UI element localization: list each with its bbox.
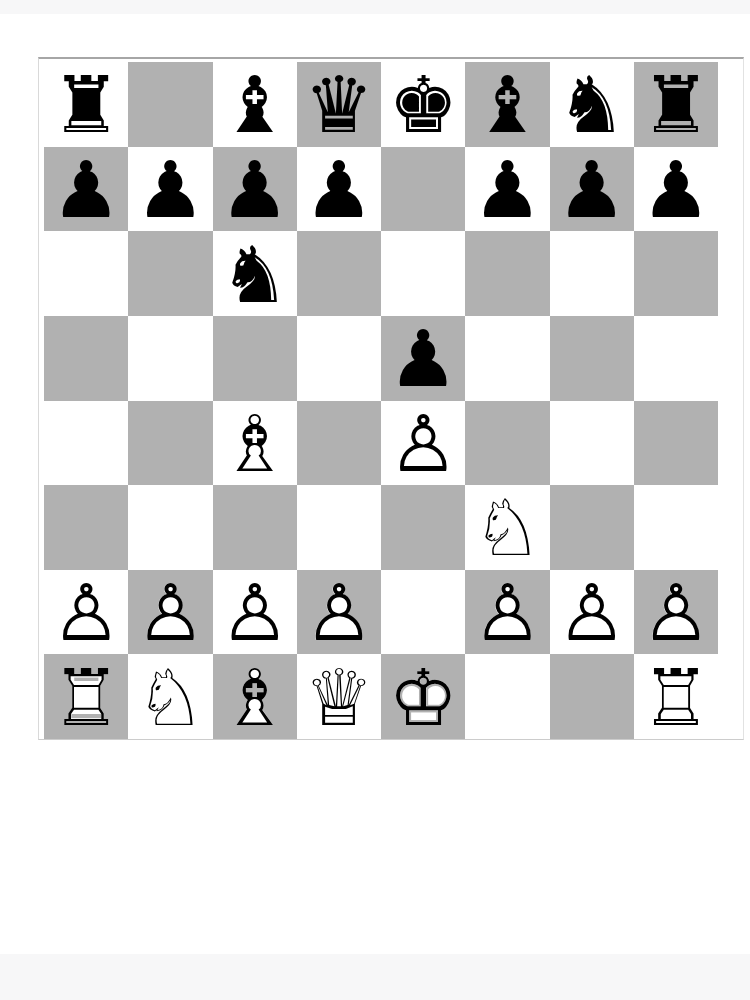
- square-b5[interactable]: [128, 316, 212, 401]
- piece-black-bishop: ♝: [213, 63, 297, 148]
- square-f6[interactable]: [465, 231, 549, 316]
- piece-black-pawn: ♟: [381, 317, 465, 402]
- piece-black-pawn: ♟: [213, 148, 297, 233]
- square-a5[interactable]: [44, 316, 128, 401]
- piece-white-pawn: ♙: [128, 571, 212, 656]
- chess-diagram-frame: ♜♝♛♚♝♞♜♟♟♟♟♟♟♟♞♟♝♗♟♙♞♘♟♙♟♙♟♙♟♙♟♙♟♙♟♙♜♖♞♘…: [38, 57, 744, 740]
- square-h5[interactable]: [634, 316, 718, 401]
- piece-white-pawn: ♙: [297, 571, 381, 656]
- piece-white-bishop: ♗: [213, 655, 297, 740]
- square-e3[interactable]: [381, 485, 465, 570]
- piece-white-pawn-fill: ♟: [297, 571, 381, 656]
- square-f3[interactable]: ♞♘: [465, 485, 549, 570]
- square-g8[interactable]: ♞: [550, 62, 634, 147]
- piece-white-pawn: ♙: [381, 402, 465, 487]
- piece-white-rook-fill: ♜: [634, 655, 718, 740]
- piece-black-pawn: ♟: [550, 148, 634, 233]
- square-c7[interactable]: ♟: [213, 147, 297, 232]
- piece-white-pawn-fill: ♟: [44, 571, 128, 656]
- piece-white-rook: ♖: [44, 655, 128, 740]
- piece-black-pawn: ♟: [44, 148, 128, 233]
- square-b7[interactable]: ♟: [128, 147, 212, 232]
- square-g4[interactable]: [550, 401, 634, 486]
- square-e1[interactable]: ♚♔: [381, 654, 465, 739]
- piece-white-queen-fill: ♛: [297, 655, 381, 740]
- square-a3[interactable]: [44, 485, 128, 570]
- square-b6[interactable]: [128, 231, 212, 316]
- square-d4[interactable]: [297, 401, 381, 486]
- piece-white-bishop: ♗: [213, 402, 297, 487]
- square-f7[interactable]: ♟: [465, 147, 549, 232]
- square-d8[interactable]: ♛: [297, 62, 381, 147]
- bottom-banner-strip: [0, 954, 750, 1000]
- square-c5[interactable]: [213, 316, 297, 401]
- square-c4[interactable]: ♝♗: [213, 401, 297, 486]
- square-e8[interactable]: ♚: [381, 62, 465, 147]
- square-b3[interactable]: [128, 485, 212, 570]
- square-d5[interactable]: [297, 316, 381, 401]
- piece-white-pawn-fill: ♟: [465, 571, 549, 656]
- piece-white-pawn-fill: ♟: [550, 571, 634, 656]
- square-g3[interactable]: [550, 485, 634, 570]
- square-d6[interactable]: [297, 231, 381, 316]
- piece-white-pawn: ♙: [465, 571, 549, 656]
- piece-white-bishop-fill: ♝: [213, 655, 297, 740]
- square-a6[interactable]: [44, 231, 128, 316]
- piece-black-pawn: ♟: [128, 148, 212, 233]
- piece-white-pawn: ♙: [550, 571, 634, 656]
- square-g5[interactable]: [550, 316, 634, 401]
- square-b1[interactable]: ♞♘: [128, 654, 212, 739]
- square-a1[interactable]: ♜♖: [44, 654, 128, 739]
- square-h8[interactable]: ♜: [634, 62, 718, 147]
- square-g1[interactable]: [550, 654, 634, 739]
- piece-white-pawn-fill: ♟: [381, 402, 465, 487]
- square-d1[interactable]: ♛♕: [297, 654, 381, 739]
- square-g6[interactable]: [550, 231, 634, 316]
- piece-white-king-fill: ♚: [381, 655, 465, 740]
- piece-white-pawn-fill: ♟: [634, 571, 718, 656]
- piece-white-queen: ♕: [297, 655, 381, 740]
- piece-black-king: ♚: [381, 63, 465, 148]
- piece-white-pawn-fill: ♟: [213, 571, 297, 656]
- piece-black-rook: ♜: [44, 63, 128, 148]
- square-e7[interactable]: [381, 147, 465, 232]
- piece-white-knight-fill: ♞: [465, 486, 549, 571]
- piece-white-knight: ♘: [465, 486, 549, 571]
- square-a4[interactable]: [44, 401, 128, 486]
- square-d2[interactable]: ♟♙: [297, 570, 381, 655]
- piece-white-knight: ♘: [128, 655, 212, 740]
- square-c6[interactable]: ♞: [213, 231, 297, 316]
- square-c2[interactable]: ♟♙: [213, 570, 297, 655]
- piece-white-rook: ♖: [634, 655, 718, 740]
- square-h4[interactable]: [634, 401, 718, 486]
- square-e6[interactable]: [381, 231, 465, 316]
- piece-white-pawn: ♙: [213, 571, 297, 656]
- square-h7[interactable]: ♟: [634, 147, 718, 232]
- piece-black-pawn: ♟: [465, 148, 549, 233]
- square-g2[interactable]: ♟♙: [550, 570, 634, 655]
- piece-black-rook: ♜: [634, 63, 718, 148]
- piece-white-bishop-fill: ♝: [213, 402, 297, 487]
- square-h3[interactable]: [634, 485, 718, 570]
- square-f4[interactable]: [465, 401, 549, 486]
- square-f5[interactable]: [465, 316, 549, 401]
- square-c3[interactable]: [213, 485, 297, 570]
- piece-white-pawn: ♙: [634, 571, 718, 656]
- top-banner-strip: [0, 0, 750, 14]
- square-f8[interactable]: ♝: [465, 62, 549, 147]
- piece-black-knight: ♞: [213, 232, 297, 317]
- square-e2[interactable]: [381, 570, 465, 655]
- square-c1[interactable]: ♝♗: [213, 654, 297, 739]
- square-c8[interactable]: ♝: [213, 62, 297, 147]
- piece-white-pawn: ♙: [44, 571, 128, 656]
- piece-white-knight-fill: ♞: [128, 655, 212, 740]
- piece-black-queen: ♛: [297, 63, 381, 148]
- piece-white-king: ♔: [381, 655, 465, 740]
- square-f2[interactable]: ♟♙: [465, 570, 549, 655]
- square-a7[interactable]: ♟: [44, 147, 128, 232]
- square-h6[interactable]: [634, 231, 718, 316]
- square-g7[interactable]: ♟: [550, 147, 634, 232]
- piece-white-rook-fill: ♜: [44, 655, 128, 740]
- square-d7[interactable]: ♟: [297, 147, 381, 232]
- square-b4[interactable]: [128, 401, 212, 486]
- square-a2[interactable]: ♟♙: [44, 570, 128, 655]
- square-e5[interactable]: ♟: [381, 316, 465, 401]
- square-b8[interactable]: [128, 62, 212, 147]
- square-h2[interactable]: ♟♙: [634, 570, 718, 655]
- square-e4[interactable]: ♟♙: [381, 401, 465, 486]
- square-d3[interactable]: [297, 485, 381, 570]
- square-a8[interactable]: ♜: [44, 62, 128, 147]
- piece-white-pawn-fill: ♟: [128, 571, 212, 656]
- chess-board: ♜♝♛♚♝♞♜♟♟♟♟♟♟♟♞♟♝♗♟♙♞♘♟♙♟♙♟♙♟♙♟♙♟♙♟♙♜♖♞♘…: [44, 62, 718, 739]
- square-b2[interactable]: ♟♙: [128, 570, 212, 655]
- piece-black-bishop: ♝: [465, 63, 549, 148]
- piece-black-knight: ♞: [550, 63, 634, 148]
- square-h1[interactable]: ♜♖: [634, 654, 718, 739]
- piece-black-pawn: ♟: [634, 148, 718, 233]
- piece-black-pawn: ♟: [297, 148, 381, 233]
- square-f1[interactable]: [465, 654, 549, 739]
